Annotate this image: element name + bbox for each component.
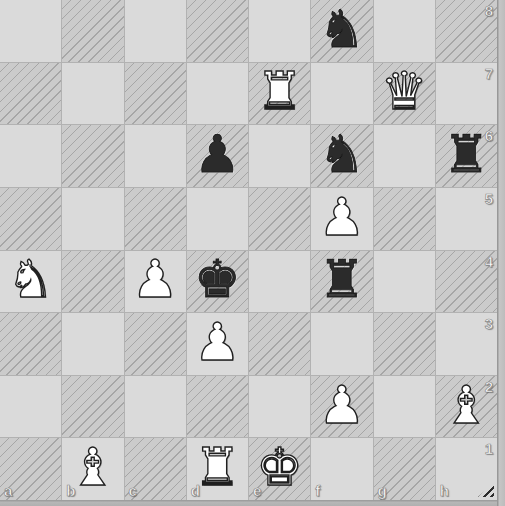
black-knight-piece: ♞ (319, 128, 366, 180)
black-rook-piece: ♜ (443, 128, 490, 180)
right-edge-strip (497, 0, 505, 506)
white-pawn-piece: ♟ (319, 191, 366, 243)
file-label-g: g (378, 483, 387, 498)
square-f7[interactable] (311, 63, 372, 125)
rank-label-3: 3 (485, 316, 493, 331)
square-e4[interactable] (249, 251, 310, 313)
square-b2[interactable] (62, 376, 123, 438)
rank-label-4: 4 (485, 254, 493, 269)
square-d5[interactable] (187, 188, 248, 250)
square-f3[interactable] (311, 313, 372, 375)
black-rook-piece: ♜ (319, 253, 366, 305)
square-b7[interactable] (62, 63, 123, 125)
resize-grip-icon[interactable] (478, 483, 494, 497)
square-d8[interactable] (187, 0, 248, 62)
square-a7[interactable] (0, 63, 61, 125)
square-a6[interactable] (0, 125, 61, 187)
square-f5[interactable]: ♟ (311, 188, 372, 250)
square-b8[interactable] (62, 0, 123, 62)
square-f1[interactable]: f (311, 438, 372, 500)
square-d7[interactable] (187, 63, 248, 125)
square-g4[interactable] (374, 251, 435, 313)
square-h2[interactable]: ♝2 (436, 376, 497, 438)
square-g2[interactable] (374, 376, 435, 438)
rank-label-6: 6 (485, 128, 493, 143)
square-c7[interactable] (125, 63, 186, 125)
chess-board: ♞8♜♛7♟♞♜6♟5♞♟♚♜4♟3♟♝2a♝bc♜d♚efgh1 (0, 0, 497, 500)
square-c6[interactable] (125, 125, 186, 187)
file-label-c: c (129, 483, 137, 498)
square-c2[interactable] (125, 376, 186, 438)
square-c4[interactable]: ♟ (125, 251, 186, 313)
square-c8[interactable] (125, 0, 186, 62)
rank-label-8: 8 (485, 3, 493, 18)
rank-label-7: 7 (485, 66, 493, 81)
square-a8[interactable] (0, 0, 61, 62)
square-a1[interactable]: a (0, 438, 61, 500)
white-rook-piece: ♜ (194, 441, 241, 493)
square-g6[interactable] (374, 125, 435, 187)
square-b5[interactable] (62, 188, 123, 250)
square-f6[interactable]: ♞ (311, 125, 372, 187)
black-pawn-piece: ♟ (194, 128, 241, 180)
white-pawn-piece: ♟ (132, 253, 179, 305)
white-bishop-piece: ♝ (443, 379, 490, 431)
square-b6[interactable] (62, 125, 123, 187)
square-g1[interactable]: g (374, 438, 435, 500)
square-e8[interactable] (249, 0, 310, 62)
square-h7[interactable]: 7 (436, 63, 497, 125)
white-pawn-piece: ♟ (319, 379, 366, 431)
white-knight-piece: ♞ (7, 253, 54, 305)
square-h6[interactable]: ♜6 (436, 125, 497, 187)
square-c3[interactable] (125, 313, 186, 375)
square-e6[interactable] (249, 125, 310, 187)
square-a3[interactable] (0, 313, 61, 375)
rank-label-1: 1 (485, 441, 493, 456)
rank-label-2: 2 (485, 379, 493, 394)
square-a5[interactable] (0, 188, 61, 250)
white-king-piece: ♚ (256, 441, 303, 493)
square-e3[interactable] (249, 313, 310, 375)
square-f2[interactable]: ♟ (311, 376, 372, 438)
square-g5[interactable] (374, 188, 435, 250)
file-label-f: f (315, 483, 320, 498)
black-knight-piece: ♞ (319, 3, 366, 55)
square-c1[interactable]: c (125, 438, 186, 500)
square-h1[interactable]: h1 (436, 438, 497, 500)
chess-board-window: ♞8♜♛7♟♞♜6♟5♞♟♚♜4♟3♟♝2a♝bc♜d♚efgh1 (0, 0, 505, 506)
square-d1[interactable]: ♜d (187, 438, 248, 500)
white-rook-piece: ♜ (256, 65, 303, 117)
square-d2[interactable] (187, 376, 248, 438)
file-label-b: b (66, 483, 75, 498)
file-label-e: e (253, 483, 261, 498)
white-pawn-piece: ♟ (194, 316, 241, 368)
square-g3[interactable] (374, 313, 435, 375)
square-e1[interactable]: ♚e (249, 438, 310, 500)
square-a2[interactable] (0, 376, 61, 438)
square-b3[interactable] (62, 313, 123, 375)
black-king-piece: ♚ (194, 253, 241, 305)
square-e7[interactable]: ♜ (249, 63, 310, 125)
square-e5[interactable] (249, 188, 310, 250)
square-a4[interactable]: ♞ (0, 251, 61, 313)
rank-label-5: 5 (485, 191, 493, 206)
square-c5[interactable] (125, 188, 186, 250)
square-b4[interactable] (62, 251, 123, 313)
square-h8[interactable]: 8 (436, 0, 497, 62)
square-g7[interactable]: ♛ (374, 63, 435, 125)
square-e2[interactable] (249, 376, 310, 438)
square-h5[interactable]: 5 (436, 188, 497, 250)
square-b1[interactable]: ♝b (62, 438, 123, 500)
bottom-edge-strip (0, 500, 497, 506)
file-label-d: d (191, 483, 200, 498)
square-d4[interactable]: ♚ (187, 251, 248, 313)
square-g8[interactable] (374, 0, 435, 62)
white-bishop-piece: ♝ (70, 441, 117, 493)
file-label-a: a (4, 483, 12, 498)
square-f8[interactable]: ♞ (311, 0, 372, 62)
square-h3[interactable]: 3 (436, 313, 497, 375)
square-d6[interactable]: ♟ (187, 125, 248, 187)
white-queen-piece: ♛ (381, 65, 428, 117)
square-f4[interactable]: ♜ (311, 251, 372, 313)
square-d3[interactable]: ♟ (187, 313, 248, 375)
square-h4[interactable]: 4 (436, 251, 497, 313)
file-label-h: h (440, 483, 449, 498)
